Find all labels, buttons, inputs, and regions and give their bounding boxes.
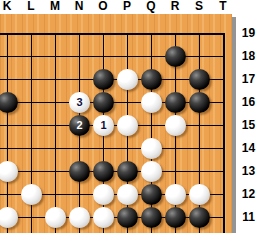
column-label: K	[0, 0, 19, 13]
white-stone[interactable]	[117, 69, 138, 90]
white-stone[interactable]	[165, 115, 186, 136]
grid-line-h	[0, 33, 225, 35]
row-label: 16	[237, 94, 260, 110]
white-stone[interactable]: 1	[93, 115, 114, 136]
grid-line-v	[223, 33, 225, 233]
column-label: O	[91, 0, 115, 13]
white-stone[interactable]	[117, 115, 138, 136]
black-stone[interactable]	[0, 92, 18, 113]
column-label: N	[67, 0, 91, 13]
white-stone[interactable]	[0, 161, 18, 182]
grid-line-h	[0, 56, 225, 57]
white-stone[interactable]	[45, 207, 66, 228]
black-stone[interactable]	[117, 161, 138, 182]
white-stone[interactable]	[165, 184, 186, 205]
goban[interactable]: 321	[0, 14, 232, 233]
black-stone[interactable]	[69, 161, 90, 182]
white-stone[interactable]	[141, 161, 162, 182]
white-stone[interactable]	[0, 207, 18, 228]
white-stone[interactable]	[21, 184, 42, 205]
black-stone[interactable]	[189, 69, 210, 90]
board-shadow	[232, 17, 236, 233]
move-number: 2	[76, 120, 82, 131]
row-label: 17	[237, 71, 260, 87]
row-label: 15	[237, 117, 260, 133]
white-stone[interactable]	[141, 138, 162, 159]
white-stone[interactable]	[93, 207, 114, 228]
white-stone[interactable]	[69, 207, 90, 228]
row-label: 18	[237, 48, 260, 64]
grid-line-h	[0, 148, 225, 149]
black-stone[interactable]	[93, 69, 114, 90]
black-stone[interactable]	[141, 184, 162, 205]
white-stone[interactable]	[141, 92, 162, 113]
row-label: 19	[237, 25, 260, 41]
white-stone[interactable]	[93, 184, 114, 205]
column-labels: KLMNOPQRST	[0, 0, 260, 13]
move-number: 1	[100, 120, 106, 131]
column-label: P	[115, 0, 139, 13]
black-stone[interactable]	[141, 69, 162, 90]
white-stone[interactable]	[189, 184, 210, 205]
move-number: 3	[76, 97, 82, 108]
black-stone[interactable]	[165, 92, 186, 113]
black-stone[interactable]	[189, 207, 210, 228]
black-stone[interactable]	[165, 46, 186, 67]
white-stone[interactable]	[117, 184, 138, 205]
column-label: T	[211, 0, 235, 13]
column-label: L	[19, 0, 43, 13]
column-label: Q	[139, 0, 163, 13]
black-stone[interactable]	[93, 161, 114, 182]
grid-line-v	[55, 33, 56, 233]
column-label: S	[187, 0, 211, 13]
grid-line-v	[7, 33, 8, 233]
white-stone[interactable]: 3	[69, 92, 90, 113]
column-label: M	[43, 0, 67, 13]
row-label: 12	[237, 186, 260, 202]
column-label: R	[163, 0, 187, 13]
black-stone[interactable]	[93, 92, 114, 113]
black-stone[interactable]	[117, 207, 138, 228]
black-stone[interactable]: 2	[69, 115, 90, 136]
black-stone[interactable]	[165, 207, 186, 228]
row-label: 13	[237, 163, 260, 179]
black-stone[interactable]	[141, 207, 162, 228]
row-label: 14	[237, 140, 260, 156]
black-stone[interactable]	[189, 92, 210, 113]
row-label: 11	[237, 209, 260, 225]
